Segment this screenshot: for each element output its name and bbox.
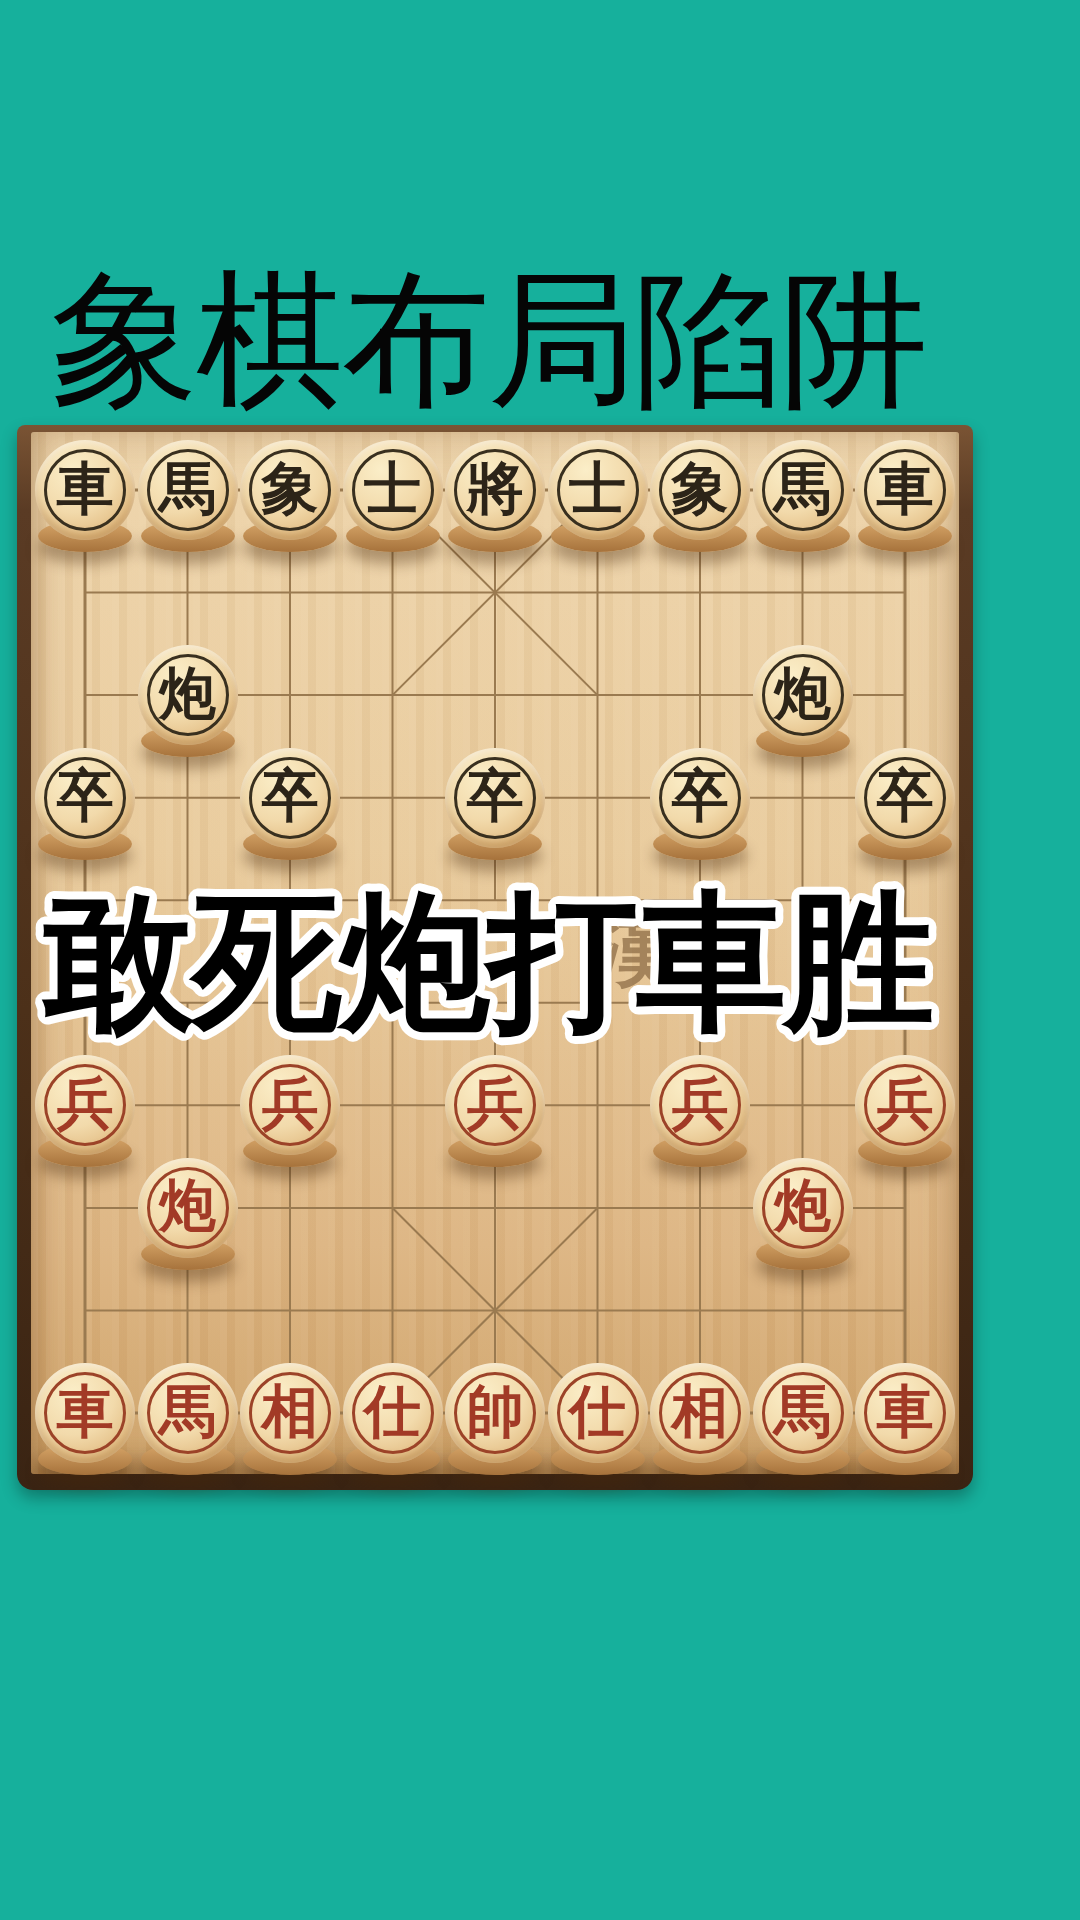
piece-ring: 兵 [454, 1064, 536, 1146]
piece-red-elephant-f7r10[interactable]: 相 [650, 1363, 750, 1479]
piece-ring: 仕 [557, 1372, 639, 1454]
piece-glyph: 卒 [262, 767, 319, 824]
piece-ring: 炮 [762, 654, 844, 736]
piece-body: 卒 [445, 748, 545, 848]
piece-ring: 車 [44, 1372, 126, 1454]
piece-ring: 炮 [147, 654, 229, 736]
piece-ring: 士 [557, 449, 639, 531]
piece-black-cannon-f2r3[interactable]: 炮 [138, 645, 238, 761]
piece-black-soldier-f9r4[interactable]: 卒 [855, 748, 955, 864]
piece-black-elephant-f3r1[interactable]: 象 [240, 440, 340, 556]
piece-body: 相 [240, 1363, 340, 1463]
piece-black-chariot-f9r1[interactable]: 車 [855, 440, 955, 556]
piece-black-soldier-f1r4[interactable]: 卒 [35, 748, 135, 864]
piece-glyph: 車 [57, 460, 114, 517]
piece-black-soldier-f3r4[interactable]: 卒 [240, 748, 340, 864]
piece-ring: 將 [454, 449, 536, 531]
piece-ring: 卒 [44, 757, 126, 839]
piece-glyph: 兵 [877, 1075, 934, 1132]
piece-ring: 車 [44, 449, 126, 531]
piece-red-chariot-f1r10[interactable]: 車 [35, 1363, 135, 1479]
piece-red-cannon-f2r8[interactable]: 炮 [138, 1158, 238, 1274]
piece-ring: 帥 [454, 1372, 536, 1454]
piece-body: 馬 [753, 1363, 853, 1463]
piece-glyph: 士 [569, 460, 626, 517]
piece-glyph: 仕 [364, 1383, 421, 1440]
piece-body: 仕 [343, 1363, 443, 1463]
piece-glyph: 馬 [159, 460, 216, 517]
piece-red-advisor-f6r10[interactable]: 仕 [548, 1363, 648, 1479]
piece-ring: 兵 [864, 1064, 946, 1146]
piece-body: 相 [650, 1363, 750, 1463]
piece-body: 仕 [548, 1363, 648, 1463]
piece-ring: 相 [659, 1372, 741, 1454]
piece-black-general-f5r1[interactable]: 將 [445, 440, 545, 556]
piece-glyph: 馬 [774, 460, 831, 517]
piece-ring: 兵 [249, 1064, 331, 1146]
piece-ring: 炮 [147, 1167, 229, 1249]
page-title: 象棋布局陷阱 [50, 264, 1040, 424]
piece-body: 象 [650, 440, 750, 540]
piece-glyph: 馬 [774, 1383, 831, 1440]
piece-glyph: 車 [877, 1383, 934, 1440]
piece-red-horse-f8r10[interactable]: 馬 [753, 1363, 853, 1479]
piece-ring: 卒 [659, 757, 741, 839]
page: 象棋布局陷阱 漢 車馬象士將士象馬車炮炮卒卒卒卒卒兵兵兵兵兵炮炮車馬相仕帥仕相馬… [0, 0, 1080, 1920]
piece-ring: 車 [864, 449, 946, 531]
piece-red-advisor-f4r10[interactable]: 仕 [343, 1363, 443, 1479]
piece-ring: 仕 [352, 1372, 434, 1454]
piece-glyph: 卒 [877, 767, 934, 824]
piece-ring: 馬 [147, 1372, 229, 1454]
piece-red-cannon-f8r8[interactable]: 炮 [753, 1158, 853, 1274]
piece-black-advisor-f4r1[interactable]: 士 [343, 440, 443, 556]
piece-glyph: 炮 [159, 665, 216, 722]
piece-black-advisor-f6r1[interactable]: 士 [548, 440, 648, 556]
piece-glyph: 卒 [467, 767, 524, 824]
piece-black-elephant-f7r1[interactable]: 象 [650, 440, 750, 556]
piece-black-horse-f8r1[interactable]: 馬 [753, 440, 853, 556]
piece-glyph: 兵 [467, 1075, 524, 1132]
piece-glyph: 仕 [569, 1383, 626, 1440]
piece-glyph: 馬 [159, 1383, 216, 1440]
piece-red-horse-f2r10[interactable]: 馬 [138, 1363, 238, 1479]
piece-body: 卒 [240, 748, 340, 848]
piece-glyph: 炮 [774, 665, 831, 722]
piece-ring: 馬 [762, 1372, 844, 1454]
piece-body: 帥 [445, 1363, 545, 1463]
overlay-caption-text: 敢死炮打車胜 [41, 878, 932, 1046]
piece-body: 車 [855, 440, 955, 540]
piece-body: 車 [35, 1363, 135, 1463]
piece-glyph: 炮 [774, 1177, 831, 1234]
overlay-caption: 敢死炮打車胜 [0, 866, 1080, 1076]
piece-glyph: 象 [672, 460, 729, 517]
piece-ring: 兵 [659, 1064, 741, 1146]
piece-body: 炮 [753, 645, 853, 745]
piece-glyph: 相 [262, 1383, 319, 1440]
piece-black-cannon-f8r3[interactable]: 炮 [753, 645, 853, 761]
piece-body: 象 [240, 440, 340, 540]
piece-black-soldier-f5r4[interactable]: 卒 [445, 748, 545, 864]
piece-body: 士 [343, 440, 443, 540]
piece-body: 車 [35, 440, 135, 540]
piece-glyph: 將 [467, 460, 524, 517]
piece-body: 炮 [138, 1158, 238, 1258]
piece-ring: 卒 [249, 757, 331, 839]
piece-ring: 象 [249, 449, 331, 531]
piece-black-chariot-f1r1[interactable]: 車 [35, 440, 135, 556]
piece-glyph: 士 [364, 460, 421, 517]
piece-ring: 卒 [454, 757, 536, 839]
piece-body: 士 [548, 440, 648, 540]
piece-ring: 象 [659, 449, 741, 531]
piece-black-horse-f2r1[interactable]: 馬 [138, 440, 238, 556]
piece-body: 車 [855, 1363, 955, 1463]
piece-glyph: 象 [262, 460, 319, 517]
piece-glyph: 卒 [672, 767, 729, 824]
piece-ring: 炮 [762, 1167, 844, 1249]
piece-glyph: 車 [57, 1383, 114, 1440]
piece-glyph: 卒 [57, 767, 114, 824]
piece-body: 卒 [855, 748, 955, 848]
piece-ring: 相 [249, 1372, 331, 1454]
piece-body: 卒 [35, 748, 135, 848]
piece-red-elephant-f3r10[interactable]: 相 [240, 1363, 340, 1479]
piece-ring: 卒 [864, 757, 946, 839]
piece-body: 炮 [753, 1158, 853, 1258]
piece-ring: 士 [352, 449, 434, 531]
piece-glyph: 車 [877, 460, 934, 517]
piece-body: 卒 [650, 748, 750, 848]
piece-glyph: 炮 [159, 1177, 216, 1234]
piece-glyph: 帥 [467, 1383, 524, 1440]
piece-body: 馬 [138, 440, 238, 540]
piece-glyph: 兵 [262, 1075, 319, 1132]
piece-ring: 兵 [44, 1064, 126, 1146]
piece-glyph: 相 [672, 1383, 729, 1440]
piece-red-chariot-f9r10[interactable]: 車 [855, 1363, 955, 1479]
piece-black-soldier-f7r4[interactable]: 卒 [650, 748, 750, 864]
piece-ring: 馬 [762, 449, 844, 531]
piece-body: 將 [445, 440, 545, 540]
piece-ring: 車 [864, 1372, 946, 1454]
piece-glyph: 兵 [672, 1075, 729, 1132]
piece-glyph: 兵 [57, 1075, 114, 1132]
piece-body: 馬 [753, 440, 853, 540]
piece-body: 炮 [138, 645, 238, 745]
piece-red-general-f5r10[interactable]: 帥 [445, 1363, 545, 1479]
piece-ring: 馬 [147, 449, 229, 531]
piece-body: 馬 [138, 1363, 238, 1463]
